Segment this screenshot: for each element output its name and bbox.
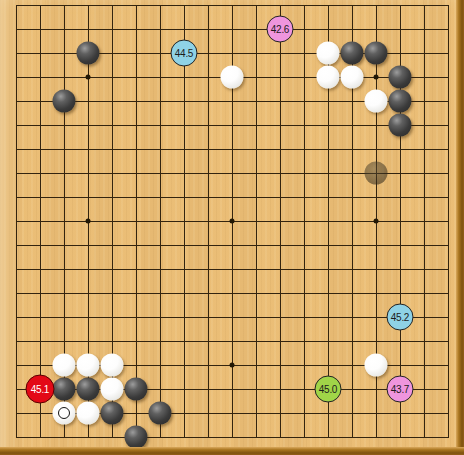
white-stone [341, 66, 364, 89]
black-stone [149, 402, 172, 425]
black-stone [53, 378, 76, 401]
move-suggestion[interactable]: 42.6 [267, 16, 294, 43]
white-stone [221, 66, 244, 89]
go-board[interactable]: 45.144.542.645.245.043.7 [0, 0, 464, 455]
grid-line-horizontal [16, 341, 449, 342]
black-stone [125, 378, 148, 401]
black-stone [77, 42, 100, 65]
white-stone [77, 402, 100, 425]
star-point [230, 219, 235, 224]
grid-line-vertical [424, 5, 425, 438]
black-stone [101, 402, 124, 425]
white-stone [101, 378, 124, 401]
white-stone [101, 354, 124, 377]
black-stone [53, 90, 76, 113]
grid-line-vertical [448, 5, 449, 438]
white-stone [317, 66, 340, 89]
ghost-stone[interactable] [365, 162, 388, 185]
white-stone [365, 90, 388, 113]
black-stone [389, 66, 412, 89]
last-move-marker [58, 407, 70, 419]
white-stone [365, 354, 388, 377]
move-suggestion[interactable]: 43.7 [387, 376, 414, 403]
grid-line-horizontal [16, 437, 449, 438]
star-point [230, 363, 235, 368]
grid-line-horizontal [16, 269, 449, 270]
black-stone [341, 42, 364, 65]
grid-line-horizontal [16, 317, 449, 318]
move-suggestion[interactable]: 44.5 [171, 40, 198, 67]
board-edge-right [456, 0, 464, 455]
star-point [374, 75, 379, 80]
black-stone [77, 378, 100, 401]
grid-line-horizontal [16, 245, 449, 246]
white-stone [77, 354, 100, 377]
black-stone [365, 42, 388, 65]
star-point [86, 75, 91, 80]
white-stone [53, 354, 76, 377]
best-move-suggestion[interactable]: 45.1 [26, 375, 55, 404]
grid-line-horizontal [16, 293, 449, 294]
star-point [86, 219, 91, 224]
black-stone [389, 90, 412, 113]
black-stone [125, 426, 148, 449]
grid-line-vertical [280, 5, 281, 438]
star-point [374, 219, 379, 224]
move-suggestion[interactable]: 45.0 [315, 376, 342, 403]
move-suggestion[interactable]: 45.2 [387, 304, 414, 331]
board-edge-bottom [0, 447, 464, 455]
grid-line-vertical [304, 5, 305, 438]
grid-line-vertical [256, 5, 257, 438]
black-stone [389, 114, 412, 137]
white-stone [317, 42, 340, 65]
